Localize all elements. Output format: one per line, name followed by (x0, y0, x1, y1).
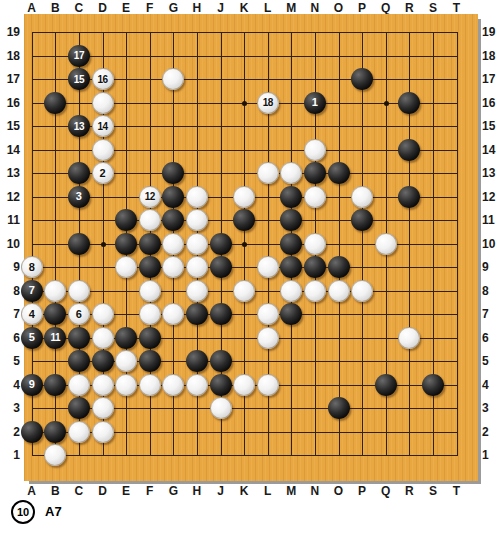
move-number: 6 (76, 309, 82, 320)
white-stone-e5[interactable] (115, 350, 137, 372)
black-stone-b4[interactable] (44, 374, 66, 396)
black-stone-j9[interactable] (210, 256, 232, 278)
coordinate-label: 12 (482, 190, 500, 204)
white-stone-m8[interactable] (280, 280, 302, 302)
black-stone-r14[interactable] (398, 139, 420, 161)
black-stone-o9[interactable] (328, 256, 350, 278)
white-stone-f4[interactable] (139, 374, 161, 396)
star-point (384, 101, 389, 106)
coordinate-label: 8 (482, 284, 500, 298)
coordinate-label: 3 (482, 401, 500, 415)
coordinate-label: 9 (0, 260, 20, 274)
white-stone-d3[interactable] (92, 397, 114, 419)
coordinate-label: C (67, 484, 91, 498)
white-stone-n8[interactable] (304, 280, 326, 302)
white-stone-c8[interactable] (68, 280, 90, 302)
white-stone-h8[interactable] (186, 280, 208, 302)
go-board[interactable]: 1715161811314231287465119 (24, 14, 478, 481)
white-stone-h11[interactable] (186, 209, 208, 231)
coordinate-label: 15 (0, 119, 20, 133)
white-stone-k12[interactable] (233, 186, 255, 208)
coordinate-label: 14 (0, 143, 20, 157)
black-stone-g13[interactable] (162, 162, 184, 184)
black-stone-c6[interactable] (68, 327, 90, 349)
white-stone-c7[interactable]: 6 (68, 303, 90, 325)
coordinate-label: 17 (482, 72, 500, 86)
coordinate-label: 14 (482, 143, 500, 157)
black-stone-p11[interactable] (351, 209, 373, 231)
black-stone-o3[interactable] (328, 397, 350, 419)
move-number: 13 (74, 121, 84, 132)
black-stone-c10[interactable] (68, 233, 90, 255)
coordinate-label: R (397, 484, 421, 498)
coordinate-label: E (114, 1, 138, 15)
move-number: 4 (29, 309, 35, 320)
coordinate-label: A (20, 484, 44, 498)
coordinate-label: L (256, 484, 280, 498)
coordinate-label: N (303, 1, 327, 15)
black-stone-f6[interactable] (139, 327, 161, 349)
coordinate-label: 4 (0, 378, 20, 392)
coordinate-label: 5 (0, 354, 20, 368)
coordinate-label: K (232, 1, 256, 15)
black-stone-r16[interactable] (398, 92, 420, 114)
white-stone-k4[interactable] (233, 374, 255, 396)
coordinate-label: 15 (482, 119, 500, 133)
coordinate-label: T (445, 1, 469, 15)
white-stone-d4[interactable] (92, 374, 114, 396)
move-number: 16 (97, 74, 107, 85)
coordinate-label: 1 (0, 448, 20, 462)
white-stone-l16[interactable]: 18 (257, 92, 279, 114)
white-stone-e4[interactable] (115, 374, 137, 396)
coordinate-label: 10 (0, 237, 20, 251)
black-stone-m7[interactable] (280, 303, 302, 325)
coordinate-label: O (327, 1, 351, 15)
star-point (101, 242, 106, 247)
move-number: 17 (74, 50, 84, 61)
coordinate-label: D (91, 484, 115, 498)
coordinate-label: F (138, 484, 162, 498)
black-stone-a2[interactable] (21, 421, 43, 443)
coordinate-label: A (20, 1, 44, 15)
black-stone-j4[interactable] (210, 374, 232, 396)
coordinate-label: 11 (0, 213, 20, 227)
white-stone-h10[interactable] (186, 233, 208, 255)
white-stone-l6[interactable] (257, 327, 279, 349)
white-stone-k8[interactable] (233, 280, 255, 302)
black-stone-c3[interactable] (68, 397, 90, 419)
white-stone-f12[interactable]: 12 (139, 186, 161, 208)
white-stone-d14[interactable] (92, 139, 114, 161)
white-stone-q10[interactable] (375, 233, 397, 255)
white-stone-a9[interactable]: 8 (21, 256, 43, 278)
coordinate-label: H (185, 484, 209, 498)
move-number: 18 (263, 97, 273, 108)
black-stone-b7[interactable] (44, 303, 66, 325)
black-stone-j7[interactable] (210, 303, 232, 325)
coordinate-label: Q (374, 484, 398, 498)
annotation-coordinate: A7 (45, 504, 62, 519)
coordinate-label: 19 (482, 25, 500, 39)
black-stone-g11[interactable] (162, 209, 184, 231)
black-stone-o13[interactable] (328, 162, 350, 184)
black-stone-c17[interactable]: 15 (68, 68, 90, 90)
black-stone-a8[interactable]: 7 (21, 280, 43, 302)
white-stone-g10[interactable] (162, 233, 184, 255)
coordinate-label: 13 (482, 166, 500, 180)
coordinate-label: 7 (0, 307, 20, 321)
white-stone-b8[interactable] (44, 280, 66, 302)
coordinate-label: E (114, 484, 138, 498)
white-stone-d6[interactable] (92, 327, 114, 349)
coordinate-label: H (185, 1, 209, 15)
coordinate-label: P (350, 1, 374, 15)
black-stone-f9[interactable] (139, 256, 161, 278)
black-stone-a6[interactable]: 5 (21, 327, 43, 349)
coordinate-label: 9 (482, 260, 500, 274)
move-number: 11 (51, 332, 61, 343)
white-stone-n12[interactable] (304, 186, 326, 208)
coordinate-label: 19 (0, 25, 20, 39)
black-stone-a4[interactable]: 9 (21, 374, 43, 396)
coordinate-label: G (161, 484, 185, 498)
coordinate-label: 8 (0, 284, 20, 298)
white-stone-g7[interactable] (162, 303, 184, 325)
black-stone-s4[interactable] (422, 374, 444, 396)
white-stone-d13[interactable]: 2 (92, 162, 114, 184)
coordinate-label: 11 (482, 213, 500, 227)
black-stone-f10[interactable] (139, 233, 161, 255)
coordinate-label: 2 (482, 425, 500, 439)
white-stone-p12[interactable] (351, 186, 373, 208)
coordinate-label: S (421, 1, 445, 15)
coordinate-label: 4 (482, 378, 500, 392)
white-stone-c4[interactable] (68, 374, 90, 396)
move-number: 14 (97, 121, 107, 132)
white-stone-h12[interactable] (186, 186, 208, 208)
black-stone-h5[interactable] (186, 350, 208, 372)
black-stone-e6[interactable] (115, 327, 137, 349)
coordinate-label: M (279, 484, 303, 498)
black-stone-h7[interactable] (186, 303, 208, 325)
black-stone-d5[interactable] (92, 350, 114, 372)
coordinate-label: B (43, 1, 67, 15)
black-stone-b2[interactable] (44, 421, 66, 443)
white-stone-c2[interactable] (68, 421, 90, 443)
coordinate-label: 18 (0, 49, 20, 63)
grid-line (32, 455, 458, 456)
white-stone-h4[interactable] (186, 374, 208, 396)
move-number: 1 (312, 97, 318, 108)
black-stone-p17[interactable] (351, 68, 373, 90)
white-stone-l7[interactable] (257, 303, 279, 325)
coordinate-label: 18 (482, 49, 500, 63)
white-stone-f11[interactable] (139, 209, 161, 231)
move-number: 12 (145, 191, 155, 202)
black-stone-c5[interactable] (68, 350, 90, 372)
white-stone-d16[interactable] (92, 92, 114, 114)
white-stone-b1[interactable] (44, 444, 66, 466)
black-stone-r12[interactable] (398, 186, 420, 208)
white-stone-a7[interactable]: 4 (21, 303, 43, 325)
white-stone-j3[interactable] (210, 397, 232, 419)
white-stone-m13[interactable] (280, 162, 302, 184)
coordinate-label: 12 (0, 190, 20, 204)
white-stone-n14[interactable] (304, 139, 326, 161)
white-stone-r6[interactable] (398, 327, 420, 349)
white-stone-g17[interactable] (162, 68, 184, 90)
white-stone-l9[interactable] (257, 256, 279, 278)
black-stone-f5[interactable] (139, 350, 161, 372)
white-stone-f8[interactable] (139, 280, 161, 302)
black-stone-m12[interactable] (280, 186, 302, 208)
grid-line (32, 267, 458, 268)
coordinate-label: D (91, 1, 115, 15)
coordinate-label: G (161, 1, 185, 15)
grid-line (32, 56, 458, 57)
move-number: 7 (29, 285, 35, 296)
black-stone-e11[interactable] (115, 209, 137, 231)
coordinate-label: C (67, 1, 91, 15)
move-number: 9 (29, 379, 35, 390)
black-stone-m9[interactable] (280, 256, 302, 278)
black-stone-c13[interactable] (68, 162, 90, 184)
coordinate-label: N (303, 484, 327, 498)
white-stone-f7[interactable] (139, 303, 161, 325)
black-stone-n16[interactable]: 1 (304, 92, 326, 114)
grid-line (32, 32, 458, 33)
black-stone-m11[interactable] (280, 209, 302, 231)
coordinate-label: 3 (0, 401, 20, 415)
white-stone-p8[interactable] (351, 280, 373, 302)
coordinate-label: M (279, 1, 303, 15)
white-stone-h9[interactable] (186, 256, 208, 278)
black-stone-g12[interactable] (162, 186, 184, 208)
white-stone-e9[interactable] (115, 256, 137, 278)
coordinate-label: 16 (482, 96, 500, 110)
black-stone-c12[interactable]: 3 (68, 186, 90, 208)
black-stone-c18[interactable]: 17 (68, 45, 90, 67)
coordinate-label: O (327, 484, 351, 498)
coordinate-label: J (209, 484, 233, 498)
coordinate-label: 7 (482, 307, 500, 321)
move-number: 5 (29, 332, 35, 343)
black-stone-j5[interactable] (210, 350, 232, 372)
coordinate-label: T (445, 484, 469, 498)
coordinate-label: 6 (0, 331, 20, 345)
white-stone-n10[interactable] (304, 233, 326, 255)
coordinate-label: F (138, 1, 162, 15)
coordinate-label: 2 (0, 425, 20, 439)
coordinate-label: P (350, 484, 374, 498)
coordinate-label: Q (374, 1, 398, 15)
white-stone-g9[interactable] (162, 256, 184, 278)
black-stone-m10[interactable] (280, 233, 302, 255)
black-stone-j10[interactable] (210, 233, 232, 255)
coordinate-label: S (421, 484, 445, 498)
white-stone-o8[interactable] (328, 280, 350, 302)
annotation-white-stone-icon: 10 (11, 500, 35, 524)
white-stone-l13[interactable] (257, 162, 279, 184)
coordinate-label: 1 (482, 448, 500, 462)
black-stone-n9[interactable] (304, 256, 326, 278)
coordinate-label: 6 (482, 331, 500, 345)
move-number: 8 (29, 262, 35, 273)
coordinate-label: 13 (0, 166, 20, 180)
star-point (242, 101, 247, 106)
white-stone-d7[interactable] (92, 303, 114, 325)
black-stone-n13[interactable] (304, 162, 326, 184)
move-number: 2 (99, 168, 105, 179)
white-stone-d17[interactable]: 16 (92, 68, 114, 90)
coordinate-label: 5 (482, 354, 500, 368)
coordinate-label: J (209, 1, 233, 15)
black-stone-e10[interactable] (115, 233, 137, 255)
star-point (242, 242, 247, 247)
coordinate-label: 16 (0, 96, 20, 110)
black-stone-c15[interactable]: 13 (68, 115, 90, 137)
coordinate-label: 10 (482, 237, 500, 251)
black-stone-b6[interactable]: 11 (44, 327, 66, 349)
white-stone-d2[interactable] (92, 421, 114, 443)
coordinate-label: 17 (0, 72, 20, 86)
coordinate-label: B (43, 484, 67, 498)
white-stone-g4[interactable] (162, 374, 184, 396)
black-stone-q4[interactable] (375, 374, 397, 396)
black-stone-b16[interactable] (44, 92, 66, 114)
move-number: 15 (74, 74, 84, 85)
go-kifu-page: ABCDEFGHJKLMNOPQRST ABCDEFGHJKLMNOPQRST … (0, 0, 500, 537)
white-stone-d15[interactable]: 14 (92, 115, 114, 137)
move-number: 3 (76, 191, 82, 202)
coordinate-label: R (397, 1, 421, 15)
coordinate-label: K (232, 484, 256, 498)
white-stone-l4[interactable] (257, 374, 279, 396)
black-stone-k11[interactable] (233, 209, 255, 231)
coordinate-label: L (256, 1, 280, 15)
